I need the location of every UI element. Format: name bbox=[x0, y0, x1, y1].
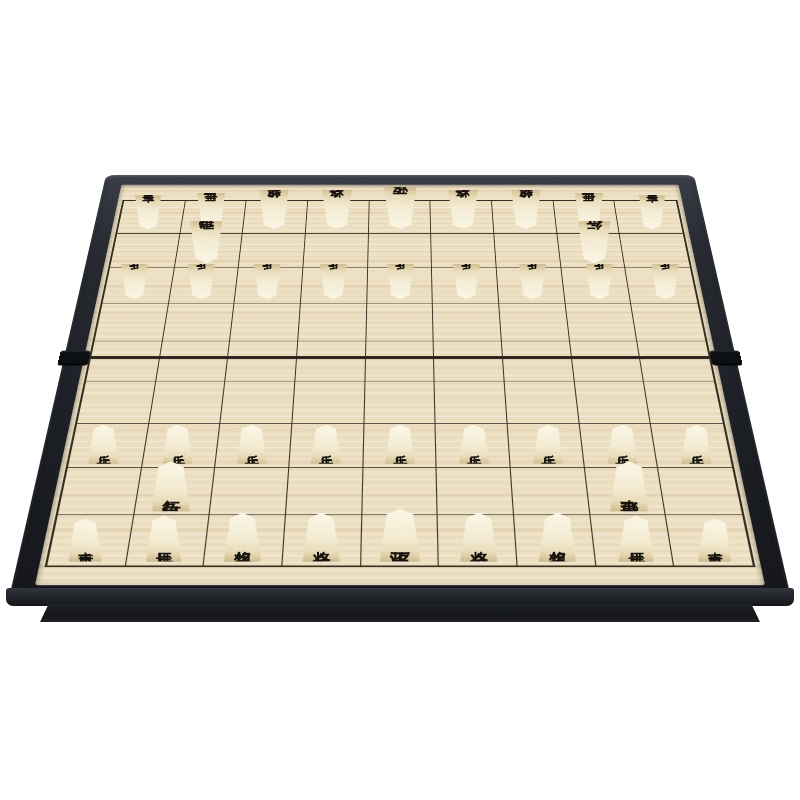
piece-pawn[interactable]: 歩兵 bbox=[87, 425, 119, 464]
piece-lance[interactable]: 香車 bbox=[134, 195, 162, 229]
piece-pawn[interactable]: 歩兵 bbox=[120, 264, 149, 299]
piece-pawn[interactable]: 歩兵 bbox=[384, 425, 416, 464]
piece-pawn[interactable]: 歩兵 bbox=[532, 425, 564, 464]
piece-king[interactable]: 玉将 bbox=[383, 187, 418, 229]
piece-bishop[interactable]: 角行 bbox=[577, 221, 612, 263]
piece-pawn[interactable]: 歩兵 bbox=[518, 264, 547, 299]
piece-pawn[interactable]: 歩兵 bbox=[236, 425, 268, 464]
piece-pawn[interactable]: 歩兵 bbox=[585, 264, 614, 299]
piece-pawn[interactable]: 歩兵 bbox=[386, 264, 415, 299]
piece-knight[interactable]: 桂馬 bbox=[617, 516, 655, 562]
piece-pawn[interactable]: 歩兵 bbox=[651, 264, 680, 299]
piece-pawn[interactable]: 歩兵 bbox=[162, 425, 194, 464]
piece-silver[interactable]: 銀将 bbox=[537, 513, 577, 562]
piece-bishop[interactable]: 角行 bbox=[151, 461, 192, 511]
piece-gold[interactable]: 金将 bbox=[459, 513, 499, 562]
piece-gold[interactable]: 金将 bbox=[447, 190, 479, 229]
piece-pawn[interactable]: 歩兵 bbox=[458, 425, 490, 464]
piece-silver[interactable]: 銀将 bbox=[223, 513, 263, 562]
piece-pawn[interactable]: 歩兵 bbox=[680, 425, 712, 464]
piece-pawn[interactable]: 歩兵 bbox=[452, 264, 481, 299]
piece-gold[interactable]: 金将 bbox=[301, 513, 341, 562]
piece-gold[interactable]: 金将 bbox=[321, 190, 353, 229]
piece-lance[interactable]: 香車 bbox=[638, 195, 666, 229]
piece-rook[interactable]: 飛車 bbox=[189, 221, 224, 263]
piece-knight[interactable]: 桂馬 bbox=[145, 516, 183, 562]
piece-pawn[interactable]: 歩兵 bbox=[606, 425, 638, 464]
piece-lance[interactable]: 香車 bbox=[67, 518, 102, 561]
piece-pawn[interactable]: 歩兵 bbox=[319, 264, 348, 299]
piece-silver[interactable]: 銀将 bbox=[510, 190, 542, 229]
piece-rook[interactable]: 飛車 bbox=[609, 461, 650, 511]
piece-pawn[interactable]: 歩兵 bbox=[310, 425, 342, 464]
piece-pawn[interactable]: 歩兵 bbox=[187, 264, 216, 299]
piece-king[interactable]: 王将 bbox=[378, 509, 421, 562]
piece-silver[interactable]: 銀将 bbox=[258, 190, 290, 229]
piece-pawn[interactable]: 歩兵 bbox=[253, 264, 282, 299]
shogi-set-photo: 香車桂馬銀将金将玉将金将銀将桂馬香車飛車角行歩兵歩兵歩兵歩兵歩兵歩兵歩兵歩兵歩兵… bbox=[0, 0, 800, 800]
piece-lance[interactable]: 香車 bbox=[697, 518, 732, 561]
pieces-layer: 香車桂馬銀将金将玉将金将銀将桂馬香車飛車角行歩兵歩兵歩兵歩兵歩兵歩兵歩兵歩兵歩兵… bbox=[0, 0, 800, 800]
